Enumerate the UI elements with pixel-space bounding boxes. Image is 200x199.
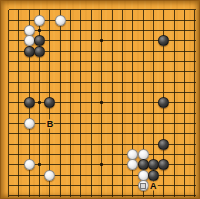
grid-line-horizontal	[9, 113, 196, 114]
go-board[interactable]: AB	[0, 0, 200, 199]
stone-black[interactable]	[24, 46, 35, 57]
stone-white[interactable]	[138, 149, 149, 160]
hoshi-star-point	[100, 39, 103, 42]
stone-black[interactable]	[34, 35, 45, 46]
grid-line-horizontal	[9, 185, 196, 186]
grid-line-vertical	[174, 10, 175, 197]
grid-line-horizontal	[9, 195, 196, 196]
grid-line-horizontal	[9, 175, 196, 176]
last-move-square-marker	[140, 183, 146, 189]
hoshi-star-point	[38, 101, 41, 104]
choice-label-B[interactable]: B	[46, 119, 55, 128]
hoshi-star-point	[38, 163, 41, 166]
stone-white[interactable]	[138, 180, 149, 191]
grid-line-horizontal	[9, 133, 196, 134]
grid-line-vertical	[194, 10, 195, 197]
stone-white[interactable]	[24, 159, 35, 170]
stone-black[interactable]	[24, 97, 35, 108]
hoshi-star-point	[100, 163, 103, 166]
stone-black[interactable]	[158, 139, 169, 150]
grid-line-vertical	[122, 10, 123, 197]
stone-white[interactable]	[24, 25, 35, 36]
go-app-screenshot: AB	[0, 0, 200, 199]
stone-black[interactable]	[44, 97, 55, 108]
stone-white[interactable]	[24, 35, 35, 46]
hoshi-star-point	[100, 101, 103, 104]
grid-line-vertical	[112, 10, 113, 197]
stone-white[interactable]	[44, 170, 55, 181]
grid-line-horizontal	[9, 123, 196, 124]
stone-white[interactable]	[138, 170, 149, 181]
stone-black[interactable]	[34, 46, 45, 57]
stone-white[interactable]	[127, 159, 138, 170]
stone-black[interactable]	[138, 159, 149, 170]
stone-white[interactable]	[127, 149, 138, 160]
stone-white[interactable]	[55, 15, 66, 26]
stone-white[interactable]	[24, 118, 35, 129]
grid-line-vertical	[184, 10, 185, 197]
stone-black[interactable]	[158, 35, 169, 46]
stone-black[interactable]	[158, 97, 169, 108]
choice-label-A[interactable]: A	[149, 181, 158, 190]
point-dot-marker	[38, 29, 41, 32]
stone-black[interactable]	[158, 159, 169, 170]
grid-line-horizontal	[9, 154, 196, 155]
stone-white[interactable]	[34, 15, 45, 26]
stone-black[interactable]	[148, 170, 159, 181]
